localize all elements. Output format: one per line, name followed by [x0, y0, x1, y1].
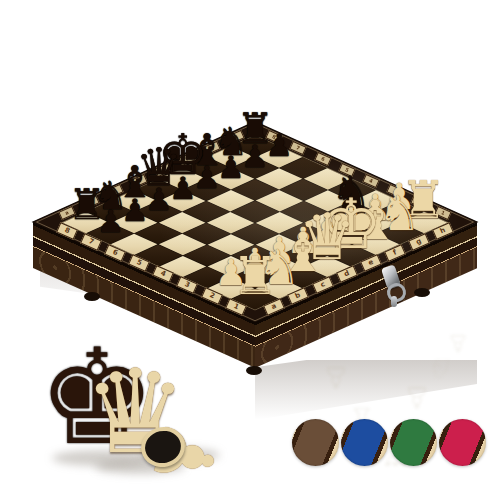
- black-pawn-g7: ♟: [241, 141, 269, 172]
- black-pawn-c7: ♟: [145, 184, 173, 215]
- reflected-piece: ♙: [447, 331, 469, 355]
- swatch-royal-blue: [341, 419, 388, 466]
- product-photo-stage: ♙♗♖♙♘♙ 87654321abcdefghabcdefgh87654321 …: [0, 0, 500, 500]
- box-foot: [414, 288, 430, 297]
- swatch-crimson-red: [439, 419, 486, 466]
- black-pawn-b7: ♟: [121, 195, 149, 226]
- reflected-piece: ♙: [404, 382, 431, 412]
- swatch-forest-green: [390, 419, 437, 466]
- reflected-piece: ♘: [428, 354, 453, 382]
- black-pawn-f7: ♟: [217, 152, 245, 183]
- black-pawn-e7: ♟: [193, 162, 221, 193]
- felt-color-options: [292, 419, 488, 469]
- black-pawn-h7: ♟: [265, 130, 293, 161]
- box-foot: [246, 366, 262, 375]
- black-pawn-d7: ♟: [169, 173, 197, 204]
- black-pawn-a7: ♟: [97, 206, 125, 237]
- reflected-piece: ♙: [323, 362, 350, 392]
- box-foot: [84, 292, 100, 301]
- metal-clasp: [376, 266, 410, 310]
- white-rook-a1: ♜: [232, 250, 279, 302]
- swatch-walnut-brown: [292, 419, 339, 466]
- clasp-hook-icon: [391, 296, 397, 307]
